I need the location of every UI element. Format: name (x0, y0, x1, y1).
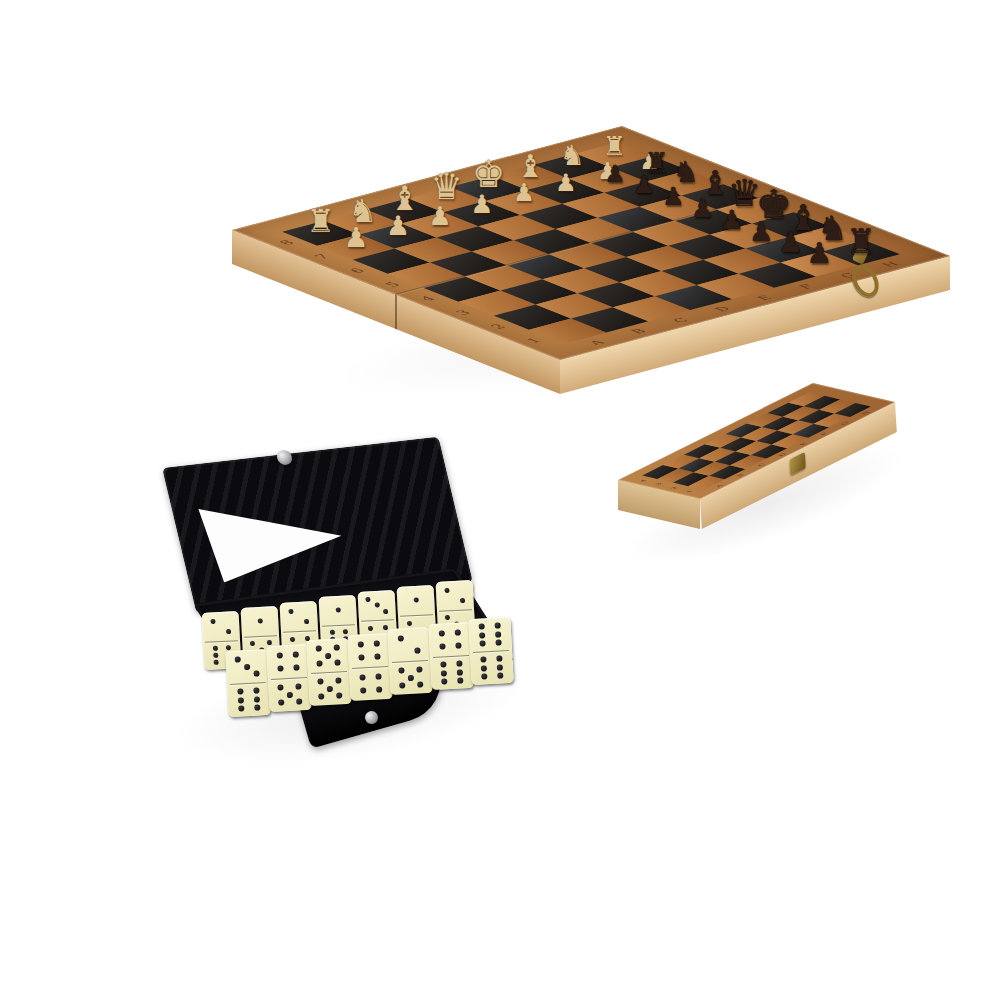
brass-clasp-icon (789, 452, 805, 476)
snap-button-icon (276, 449, 294, 465)
pip (213, 660, 218, 665)
pip (494, 622, 500, 628)
pip (213, 652, 218, 657)
pip (213, 645, 218, 650)
snap-button-icon (364, 709, 380, 725)
open-chess-board: 87654321 ABCDEFGH (232, 126, 950, 360)
product-photo-canvas: 87654321 ABCDEFGH ♜♞♝♛♚♝♞♜♟♟♟♟♟♟♟♟♜♞♝♛♚♝… (0, 0, 1000, 1000)
lid-window-triangle (195, 491, 349, 584)
fold-joint-line (395, 295, 397, 330)
